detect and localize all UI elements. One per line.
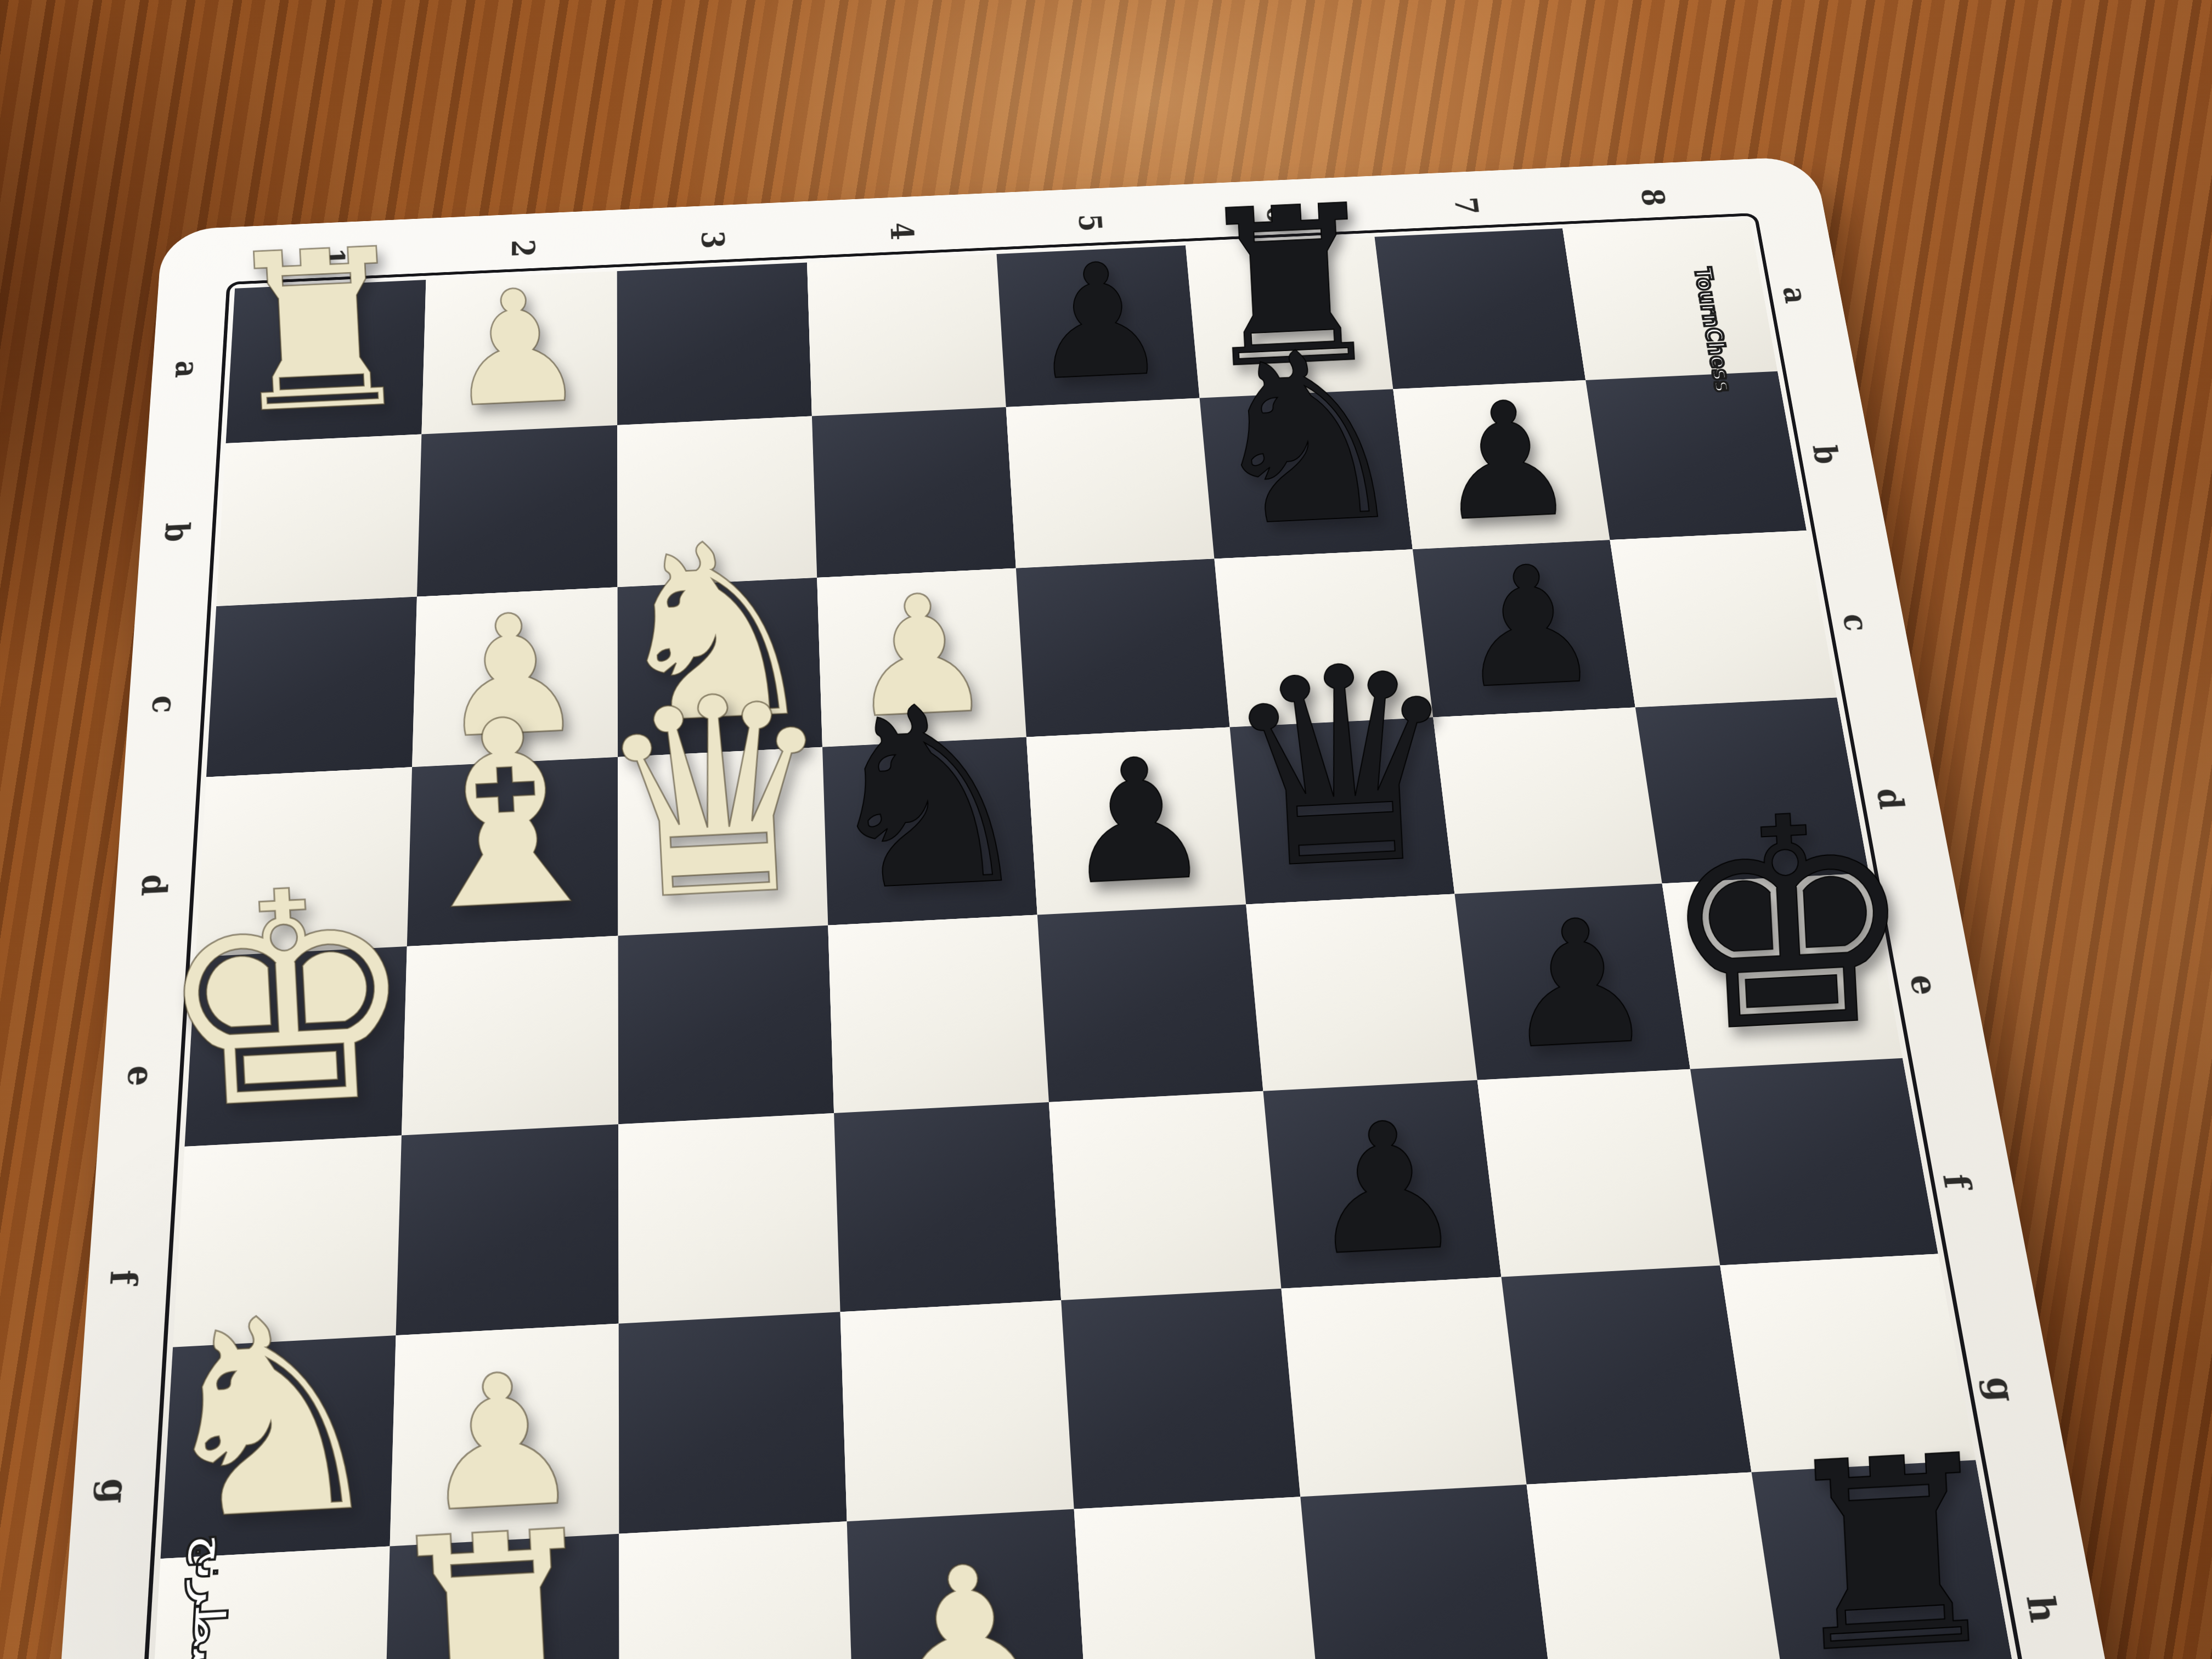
top-label-1: 1 [317,247,349,267]
top-label-3: 3 [697,230,729,250]
right-label-a: a [1778,286,1813,304]
board-scene: ♜♟♟♞♟♝♛♚♞♟♜♟♟♜♞♟♟♞♟♛♟♚♟♜ 11aa22bb33cc44d… [46,156,2126,1659]
right-label-c: c [1838,613,1874,632]
top-label-4: 4 [885,222,918,241]
piece-wP-a2[interactable]: ♟ [442,267,590,430]
right-label-g: g [1980,1376,2021,1403]
left-label-f: f [105,1269,143,1286]
piece-bR-h8[interactable]: ♜ [1770,1419,2013,1659]
piece-wK-e1[interactable]: ♚ [149,848,425,1152]
piece-layer: ♜♟♟♞♟♝♛♚♞♟♜♟♟♜♞♟♟♞♟♛♟♚♟♜ [148,220,2016,1659]
top-label-7: 7 [1449,196,1483,215]
piece-bQ-d6[interactable]: ♛ [1216,627,1471,909]
chess-photo-scene: { "game": "chess", "scene_description": … [0,0,2212,1659]
top-label-6: 6 [1262,205,1295,223]
piece-wR-h2[interactable]: ♜ [371,1495,619,1659]
piece-bP-f6[interactable]: ♟ [1302,1097,1469,1282]
right-label-f: f [1938,1173,1976,1190]
vinyl-chess-mat: ♜♟♟♞♟♝♛♚♞♟♜♟♟♜♞♟♟♞♟♛♟♚♟♜ 11aa22bb33cc44d… [46,156,2126,1659]
piece-wN-g1[interactable]: ♞ [142,1278,398,1560]
left-label-c: c [147,695,182,714]
top-label-8: 8 [1636,188,1670,207]
piece-wQ-d3[interactable]: ♛ [588,657,845,940]
left-label-e: e [122,1064,159,1087]
left-label-a: a [170,360,204,379]
top-label-5: 5 [1074,213,1107,233]
right-label-h: h [2021,1594,2064,1624]
piece-bN-b6[interactable]: ♞ [1197,318,1417,561]
left-label-g: g [95,1477,134,1504]
piece-bP-b7[interactable]: ♟ [1431,379,1581,544]
piece-bK-e8[interactable]: ♚ [1653,774,1923,1074]
piece-bP-d5[interactable]: ♟ [1058,734,1216,909]
piece-wP-h4[interactable]: ♟ [877,1538,1054,1659]
left-label-b: b [160,522,194,543]
right-label-b: b [1808,444,1844,465]
piece-bP-e7[interactable]: ♟ [1497,894,1659,1074]
piece-bP-a5[interactable]: ♟ [1025,241,1172,403]
piece-bN-d4[interactable]: ♞ [810,670,1043,927]
top-label-2: 2 [507,239,539,258]
piece-bP-c7[interactable]: ♟ [1452,542,1605,712]
